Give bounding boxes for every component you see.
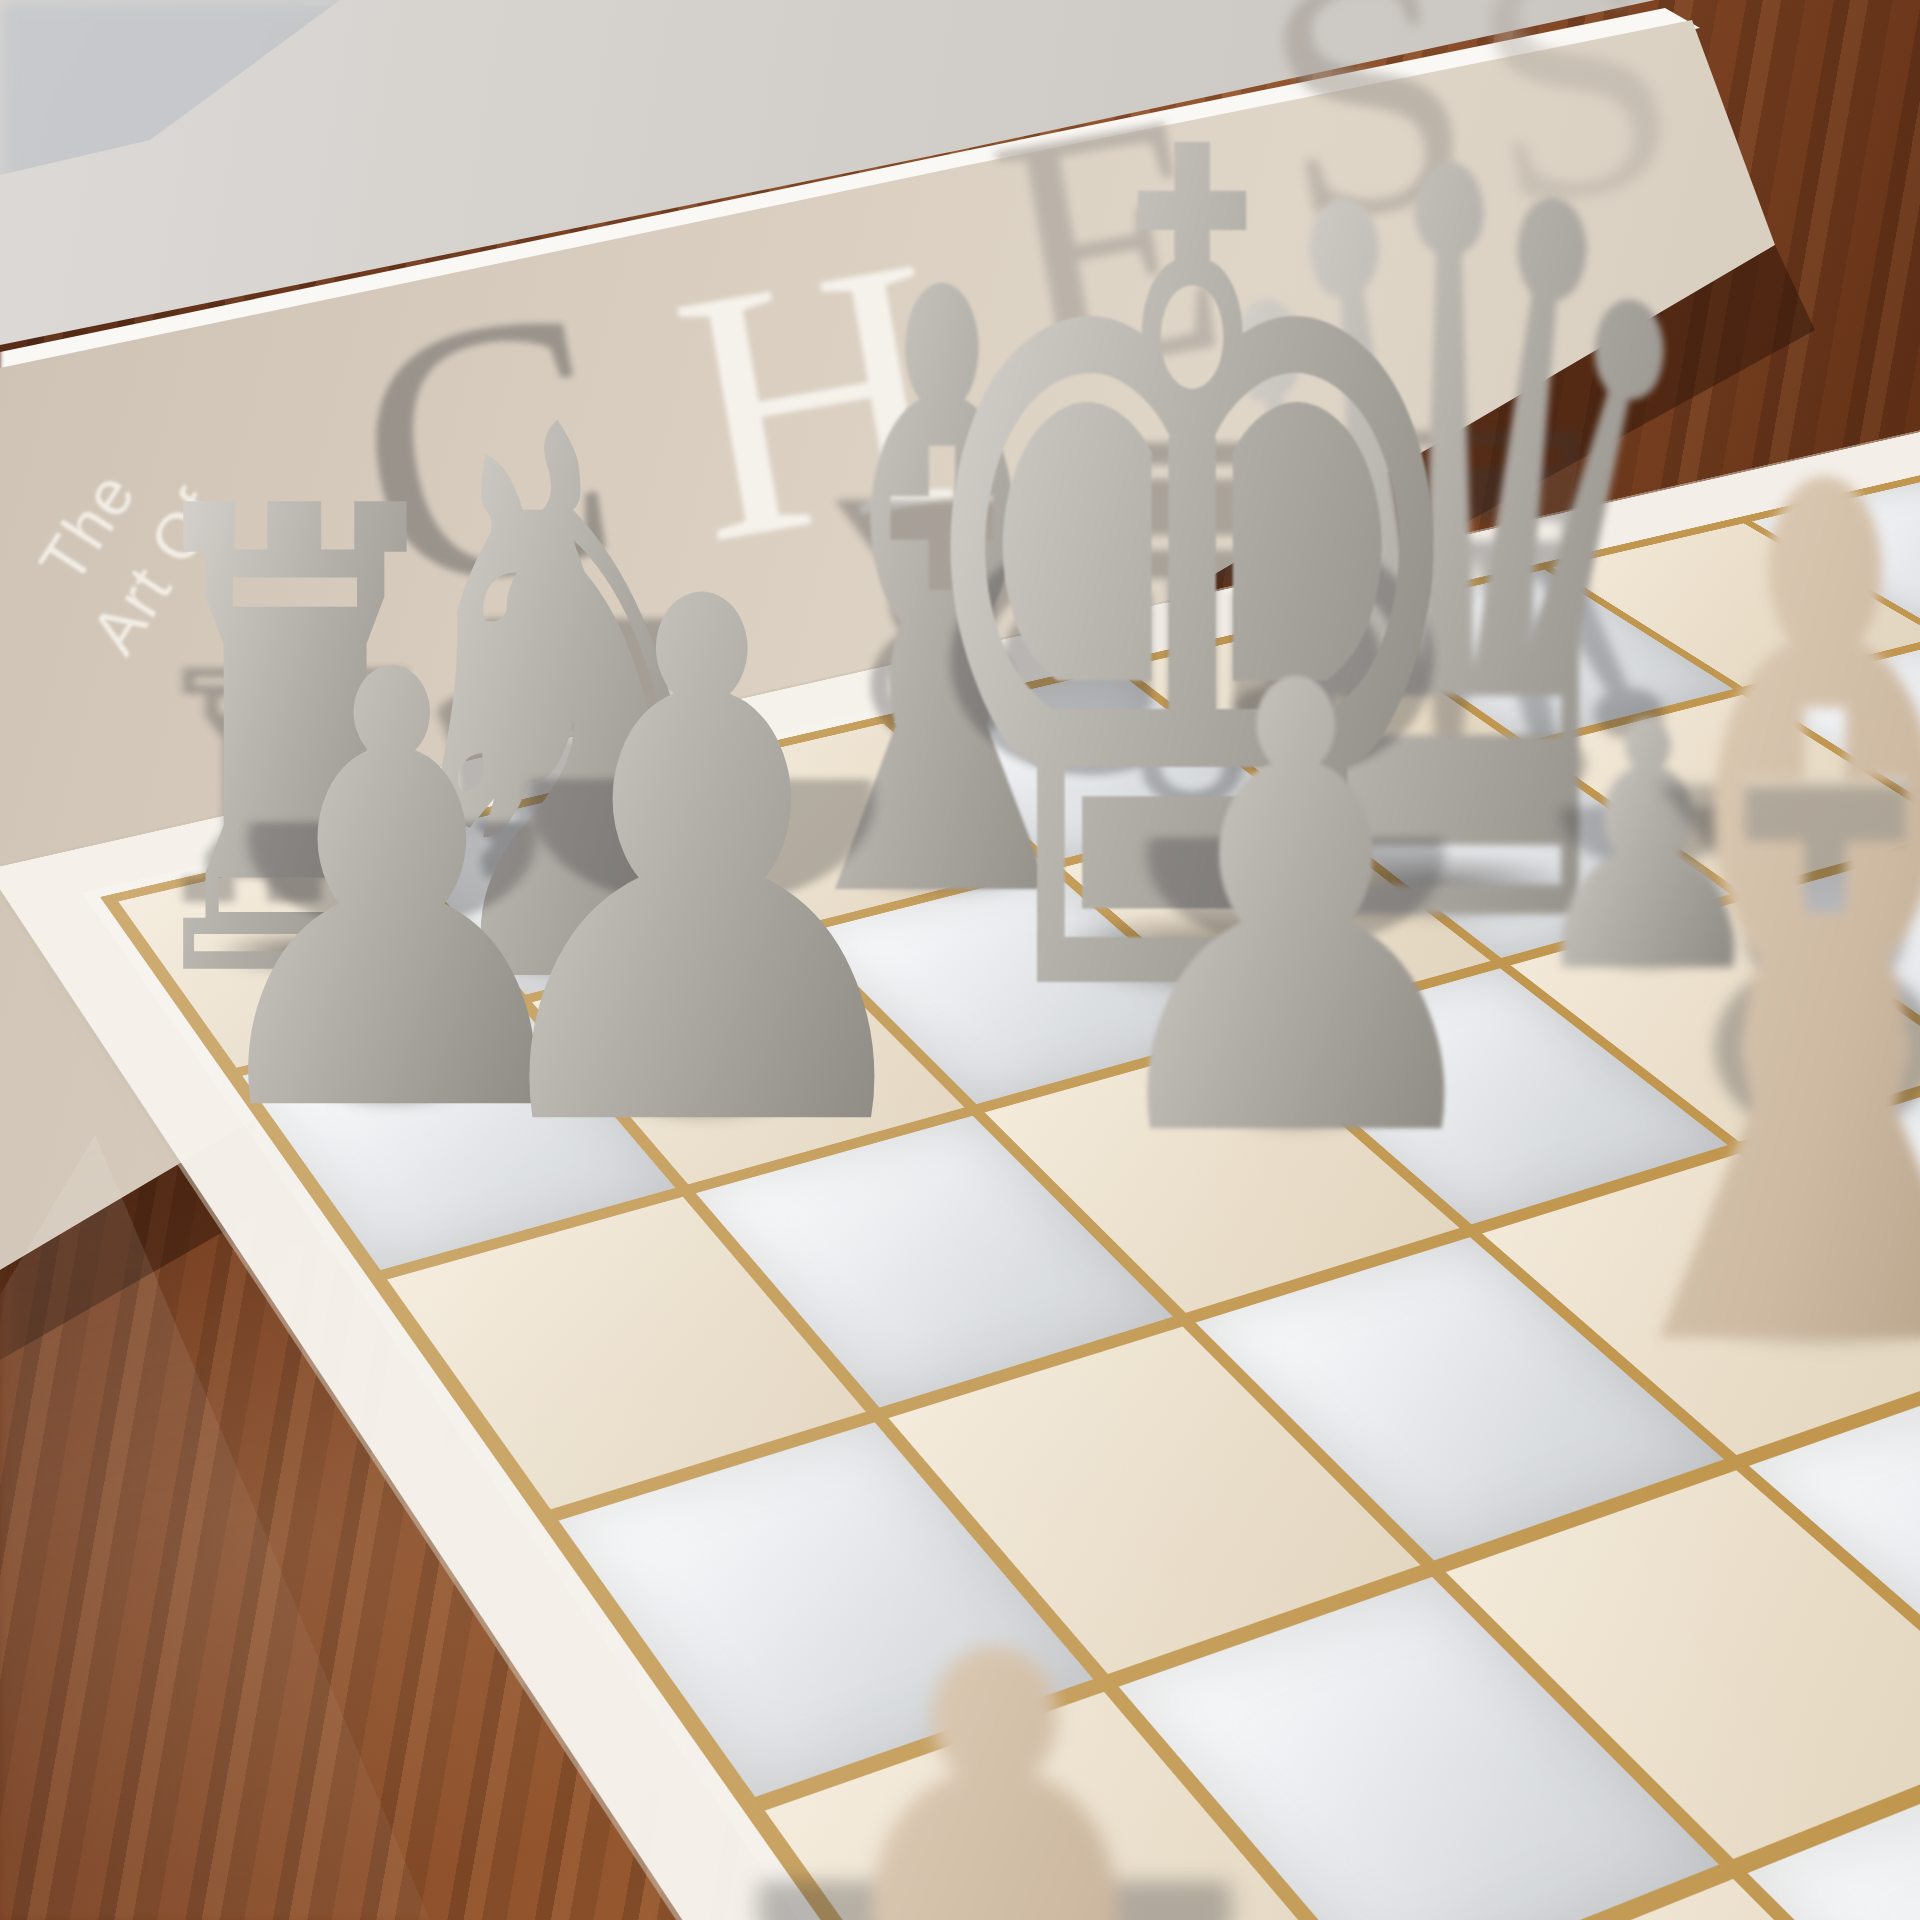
- silver-pawn-g7-glyph: ♟: [444, 508, 960, 1228]
- silver-pawn-f7-glyph: ♟: [1074, 604, 1519, 1224]
- tan-pawn-foreground-glyph: ♟: [640, 1542, 1350, 1920]
- pieces-layer: ♜♜♟♟♞♞♟♟♝♝♚♚♛♛♟♟♟♟♝♝♟♟: [0, 0, 1920, 1920]
- tan-bishop-glyph: ♝: [1508, 340, 1920, 1520]
- chess-set-product-photo: The Art Of CHESS ♜♜♟♟♞♞♟♟♝♝♚♚♛♛♟♟♟♟♝♝♟♟: [0, 0, 1920, 1920]
